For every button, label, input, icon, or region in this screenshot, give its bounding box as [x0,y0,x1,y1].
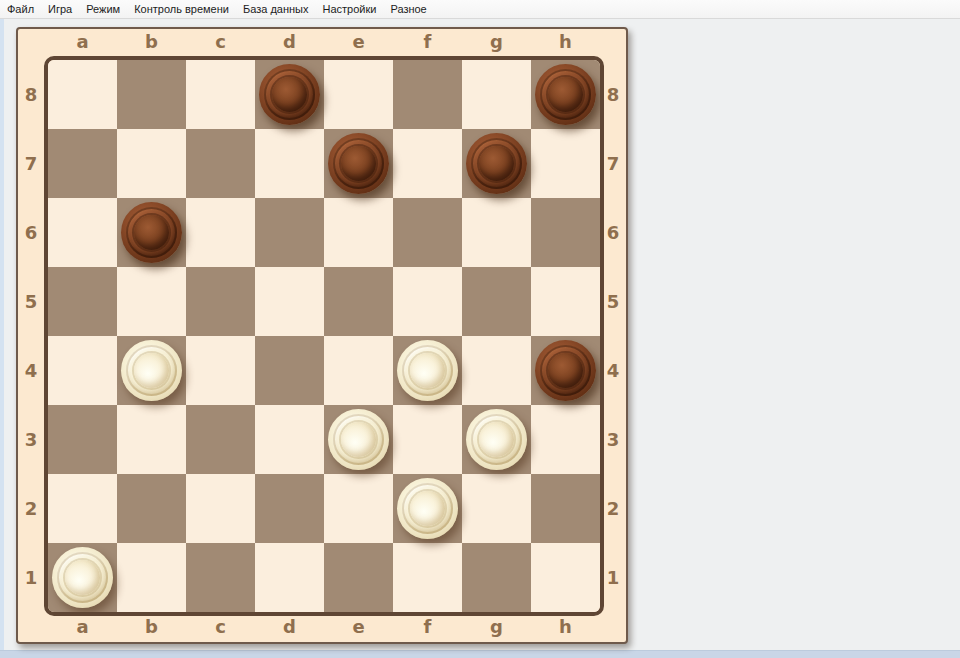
square-f4[interactable]: ⛀ [393,336,462,405]
black-man-h8[interactable]: ⛂ [535,64,596,125]
file-label-g: g [462,612,531,642]
square-e6 [324,198,393,267]
square-h5 [531,267,600,336]
rank-label-1: 1 [18,543,44,612]
menu-item-6[interactable]: Разное [383,0,433,18]
menu-item-1[interactable]: Игра [41,0,79,18]
square-a6 [48,198,117,267]
square-a7[interactable] [48,129,117,198]
square-h8[interactable]: ⛂ [531,60,600,129]
file-label-f: f [393,612,462,642]
square-b3 [117,405,186,474]
square-a5[interactable] [48,267,117,336]
square-g6 [462,198,531,267]
white-man-a1[interactable]: ⛀ [52,547,113,608]
square-f7 [393,129,462,198]
square-c1[interactable] [186,543,255,612]
square-g5[interactable] [462,267,531,336]
square-b4[interactable]: ⛀ [117,336,186,405]
window-statusbar [0,650,960,658]
rank-label-4: 4 [18,336,44,405]
square-h1 [531,543,600,612]
square-c2 [186,474,255,543]
square-e2 [324,474,393,543]
window-border-left [0,19,4,650]
square-h7 [531,129,600,198]
square-h3 [531,405,600,474]
file-label-a: a [48,29,117,56]
square-f1 [393,543,462,612]
black-man-e7[interactable]: ⛂ [328,133,389,194]
square-g8 [462,60,531,129]
app-window: { "game": "checkers", "variant": "Russia… [0,0,960,658]
square-d8[interactable]: ⛂ [255,60,324,129]
square-a3[interactable] [48,405,117,474]
menu-item-5[interactable]: Настройки [315,0,383,18]
square-b1 [117,543,186,612]
square-e3[interactable]: ⛀ [324,405,393,474]
square-f6[interactable] [393,198,462,267]
board-grid: ⛂⛂⛂⛂⛂⛀⛀⛂⛀⛀⛀⛀ [44,56,604,616]
square-f8[interactable] [393,60,462,129]
file-label-f: f [393,29,462,56]
square-c3[interactable] [186,405,255,474]
square-d6[interactable] [255,198,324,267]
file-label-c: c [186,29,255,56]
square-h4[interactable]: ⛂ [531,336,600,405]
file-labels-bottom: abcdefgh [48,612,600,642]
square-e7[interactable]: ⛂ [324,129,393,198]
square-d1 [255,543,324,612]
menu-item-3[interactable]: Контроль времени [127,0,236,18]
rank-label-7: 7 [18,129,44,198]
square-g7[interactable]: ⛂ [462,129,531,198]
rank-labels-left: 87654321 [18,60,44,612]
menu-item-0[interactable]: Файл [0,0,41,18]
white-man-g3[interactable]: ⛀ [466,409,527,470]
file-label-g: g [462,29,531,56]
square-d3 [255,405,324,474]
rank-label-5: 5 [18,267,44,336]
square-f3 [393,405,462,474]
black-man-h4[interactable]: ⛂ [535,340,596,401]
file-label-c: c [186,612,255,642]
square-a8 [48,60,117,129]
black-man-g7[interactable]: ⛂ [466,133,527,194]
file-label-a: a [48,612,117,642]
rank-label-6: 6 [18,198,44,267]
file-label-b: b [117,29,186,56]
file-label-d: d [255,612,324,642]
file-label-h: h [531,29,600,56]
white-man-f2[interactable]: ⛀ [397,478,458,539]
square-d4[interactable] [255,336,324,405]
black-man-d8[interactable]: ⛂ [259,64,320,125]
square-g1[interactable] [462,543,531,612]
file-label-b: b [117,612,186,642]
square-d5 [255,267,324,336]
square-d7 [255,129,324,198]
file-label-d: d [255,29,324,56]
square-e4 [324,336,393,405]
rank-label-8: 8 [18,60,44,129]
square-c4 [186,336,255,405]
square-b5 [117,267,186,336]
square-c7[interactable] [186,129,255,198]
file-labels-top: abcdefgh [48,29,600,56]
square-g4 [462,336,531,405]
square-a1[interactable]: ⛀ [48,543,117,612]
square-b7 [117,129,186,198]
white-man-b4[interactable]: ⛀ [121,340,182,401]
black-man-b6[interactable]: ⛂ [121,202,182,263]
square-a4 [48,336,117,405]
square-c5[interactable] [186,267,255,336]
square-b6[interactable]: ⛂ [117,198,186,267]
square-e1[interactable] [324,543,393,612]
square-a2 [48,474,117,543]
square-e5[interactable] [324,267,393,336]
square-c6 [186,198,255,267]
menu-item-2[interactable]: Режим [79,0,127,18]
square-e8 [324,60,393,129]
file-label-e: e [324,29,393,56]
file-label-h: h [531,612,600,642]
white-man-f4[interactable]: ⛀ [397,340,458,401]
board-frame: abcdefgh abcdefgh 87654321 87654321 ⛂⛂⛂⛂… [16,27,628,644]
square-b8[interactable] [117,60,186,129]
rank-label-3: 3 [18,405,44,474]
menu-bar: ФайлИграРежимКонтроль времениБаза данных… [0,0,960,19]
square-h6[interactable] [531,198,600,267]
white-man-e3[interactable]: ⛀ [328,409,389,470]
menu-item-4[interactable]: База данных [236,0,316,18]
square-c8 [186,60,255,129]
square-b2[interactable] [117,474,186,543]
rank-label-2: 2 [18,474,44,543]
square-f2[interactable]: ⛀ [393,474,462,543]
square-h2[interactable] [531,474,600,543]
square-d2[interactable] [255,474,324,543]
square-g2 [462,474,531,543]
square-g3[interactable]: ⛀ [462,405,531,474]
file-label-e: e [324,612,393,642]
square-f5 [393,267,462,336]
